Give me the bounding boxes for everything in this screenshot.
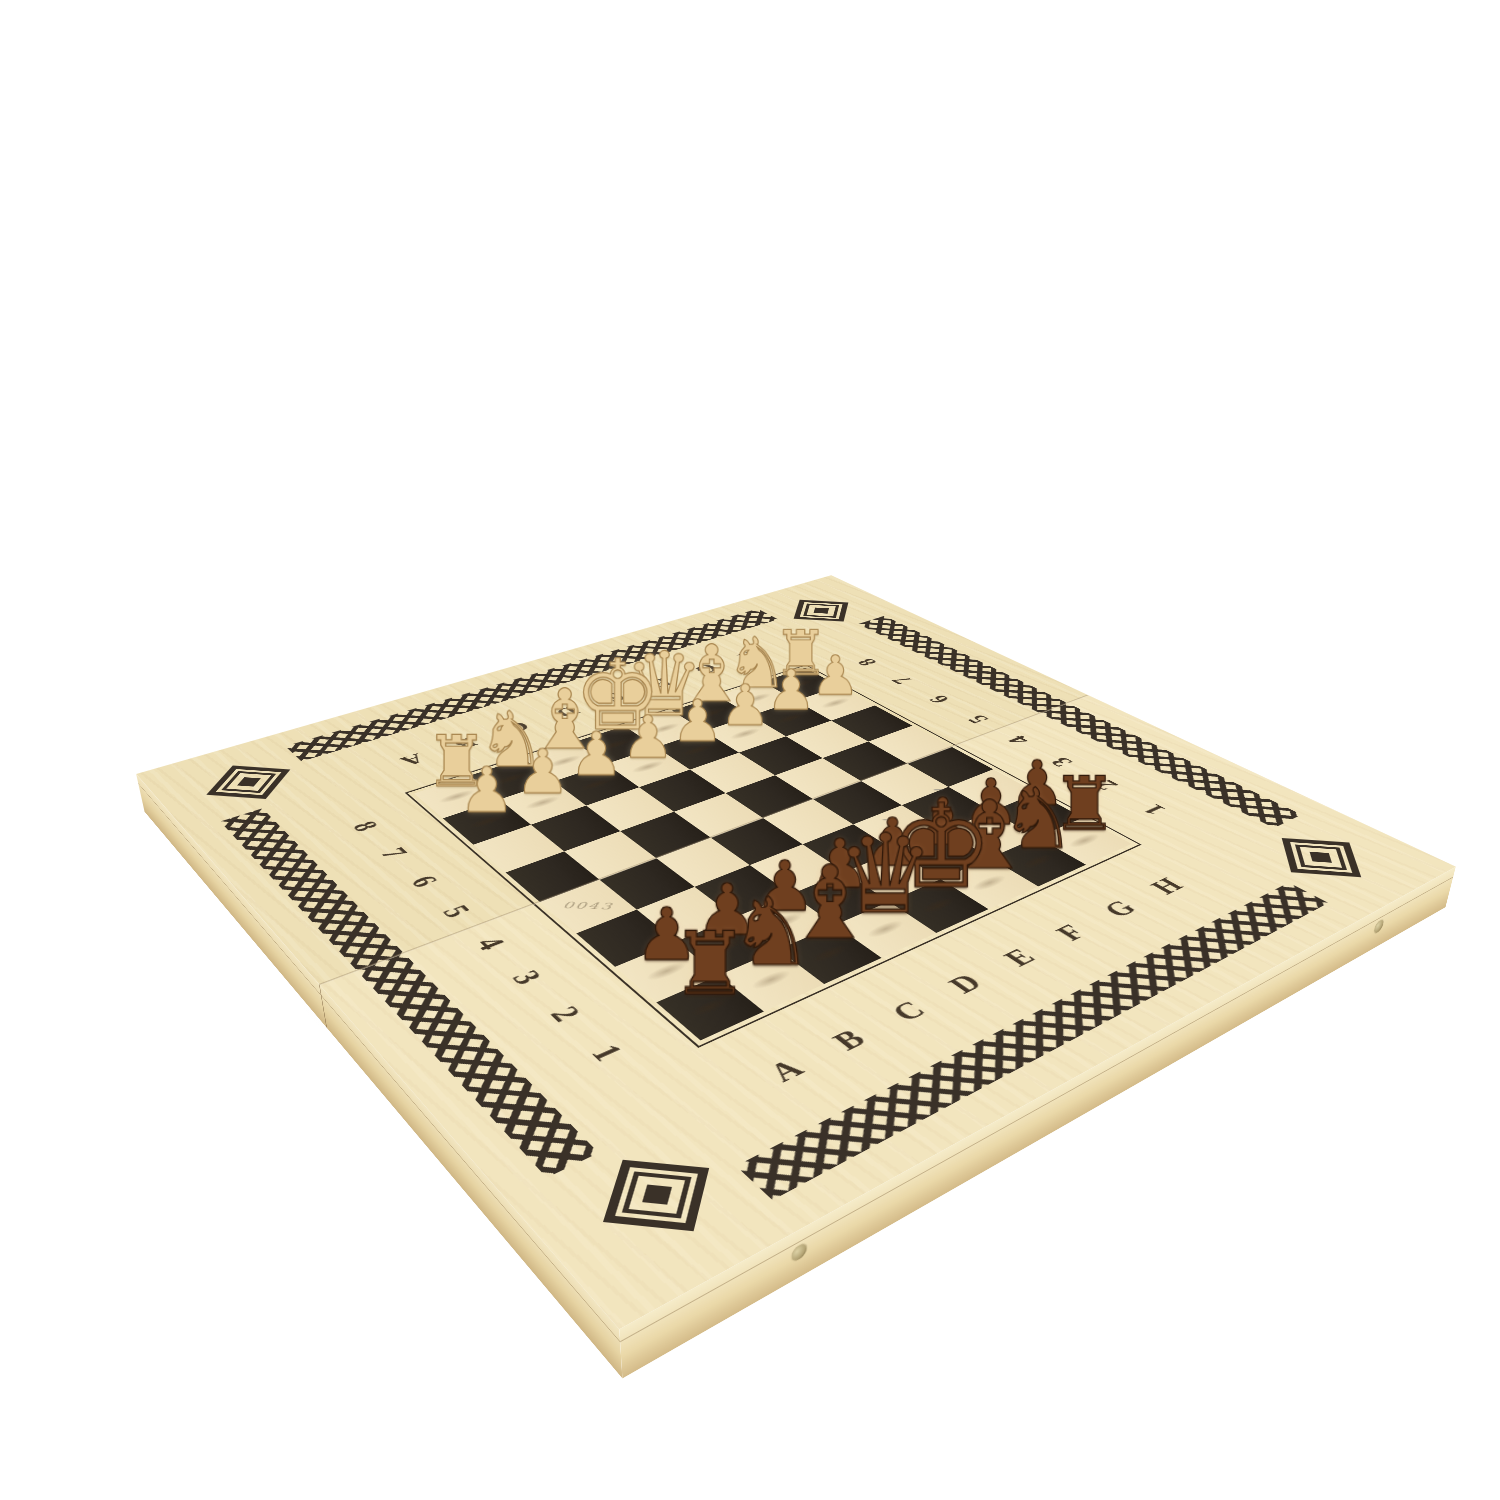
queen-finial-white-ball: ● [835, 807, 936, 819]
king-finial-black-spike: ▲ [574, 637, 657, 647]
king-finial-white-spike: ▲ [889, 777, 988, 789]
light-pawn-glyph: ♟ [442, 759, 532, 821]
dark-rook-glyph: ♜ [656, 920, 764, 1007]
